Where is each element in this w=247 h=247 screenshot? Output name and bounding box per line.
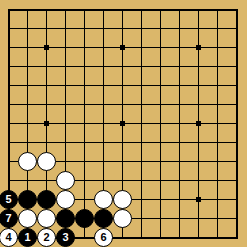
move-number-label: 2 xyxy=(43,232,49,243)
white-stone[interactable] xyxy=(94,190,113,209)
star-point xyxy=(44,121,49,126)
black-stone[interactable]: 3 xyxy=(56,228,75,247)
white-stone[interactable] xyxy=(37,152,56,171)
white-stone[interactable] xyxy=(113,209,132,228)
star-point xyxy=(44,45,49,50)
white-stone[interactable] xyxy=(18,209,37,228)
white-stone[interactable]: 2 xyxy=(37,228,56,247)
grid-line-vertical xyxy=(217,9,218,239)
star-point xyxy=(120,121,125,126)
grid-line-vertical xyxy=(179,9,180,239)
white-stone[interactable]: 4 xyxy=(0,228,18,247)
star-point xyxy=(196,121,201,126)
move-number-label: 3 xyxy=(62,232,68,243)
grid-line-vertical xyxy=(160,9,161,239)
black-stone[interactable] xyxy=(56,209,75,228)
star-point xyxy=(196,197,201,202)
move-number-label: 6 xyxy=(100,232,106,243)
move-number-label: 4 xyxy=(5,232,11,243)
star-point xyxy=(196,45,201,50)
grid-line-vertical xyxy=(236,9,238,239)
black-stone[interactable]: 1 xyxy=(18,228,37,247)
black-stone[interactable] xyxy=(18,190,37,209)
black-stone[interactable]: 7 xyxy=(0,209,18,228)
black-stone[interactable] xyxy=(94,209,113,228)
move-number-label: 7 xyxy=(5,213,11,224)
white-stone[interactable] xyxy=(113,190,132,209)
grid-line-horizontal xyxy=(8,142,238,143)
star-point xyxy=(120,45,125,50)
black-stone[interactable] xyxy=(37,190,56,209)
move-number-label: 5 xyxy=(5,194,11,205)
white-stone[interactable] xyxy=(37,209,56,228)
white-stone[interactable]: 6 xyxy=(94,228,113,247)
grid-line-vertical xyxy=(141,9,142,239)
move-number-label: 1 xyxy=(24,232,30,243)
black-stone[interactable] xyxy=(75,209,94,228)
go-board[interactable]: 5741236 xyxy=(0,0,247,247)
white-stone[interactable] xyxy=(56,190,75,209)
grid-line-horizontal xyxy=(8,180,238,181)
go-diagram: 5741236 xyxy=(0,0,247,247)
black-stone[interactable]: 5 xyxy=(0,190,18,209)
white-stone[interactable] xyxy=(56,171,75,190)
white-stone[interactable] xyxy=(18,152,37,171)
